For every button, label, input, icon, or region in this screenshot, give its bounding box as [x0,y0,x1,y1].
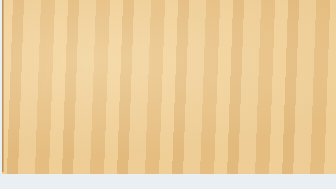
grid-vline [0,164,336,189]
board-grid [0,0,336,189]
board-left-edge [2,0,4,172]
grid-vline [0,0,336,164]
go-app-screen [0,0,336,189]
go-board[interactable] [0,0,336,174]
